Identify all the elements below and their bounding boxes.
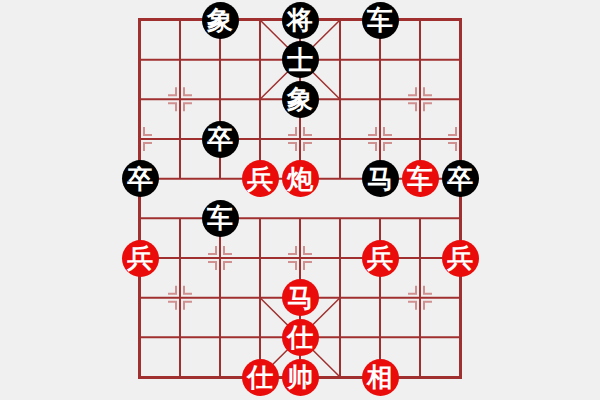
red-chariot-1[interactable]: 车 xyxy=(402,160,439,197)
black-elephant-2[interactable]: 象 xyxy=(282,81,319,118)
pieces-layer: 象将车士象卒卒兵炮马车卒车兵兵兵马仕仕帅相 xyxy=(0,0,600,400)
red-elephant-1[interactable]: 相 xyxy=(362,359,399,396)
black-advisor-1[interactable]: 士 xyxy=(282,41,319,78)
red-pawn-1[interactable]: 兵 xyxy=(242,160,279,197)
xiangqi-app: 象将车士象卒卒兵炮马车卒车兵兵兵马仕仕帅相 xyxy=(0,0,600,400)
xiangqi-board[interactable]: 象将车士象卒卒兵炮马车卒车兵兵兵马仕仕帅相 xyxy=(0,0,600,400)
black-pawn-3[interactable]: 卒 xyxy=(442,160,479,197)
red-pawn-2[interactable]: 兵 xyxy=(122,240,159,277)
red-horse-1[interactable]: 马 xyxy=(282,279,319,316)
red-advisor-2[interactable]: 仕 xyxy=(242,359,279,396)
black-horse-1[interactable]: 马 xyxy=(362,160,399,197)
red-general[interactable]: 帅 xyxy=(282,359,319,396)
black-chariot-2[interactable]: 车 xyxy=(202,200,239,237)
black-chariot-1[interactable]: 车 xyxy=(362,2,399,39)
red-advisor-1[interactable]: 仕 xyxy=(282,319,319,356)
black-pawn-2[interactable]: 卒 xyxy=(122,160,159,197)
black-pawn-1[interactable]: 卒 xyxy=(202,121,239,158)
black-general[interactable]: 将 xyxy=(282,2,319,39)
red-cannon-1[interactable]: 炮 xyxy=(282,160,319,197)
red-pawn-4[interactable]: 兵 xyxy=(442,240,479,277)
red-pawn-3[interactable]: 兵 xyxy=(362,240,399,277)
black-elephant-1[interactable]: 象 xyxy=(202,2,239,39)
